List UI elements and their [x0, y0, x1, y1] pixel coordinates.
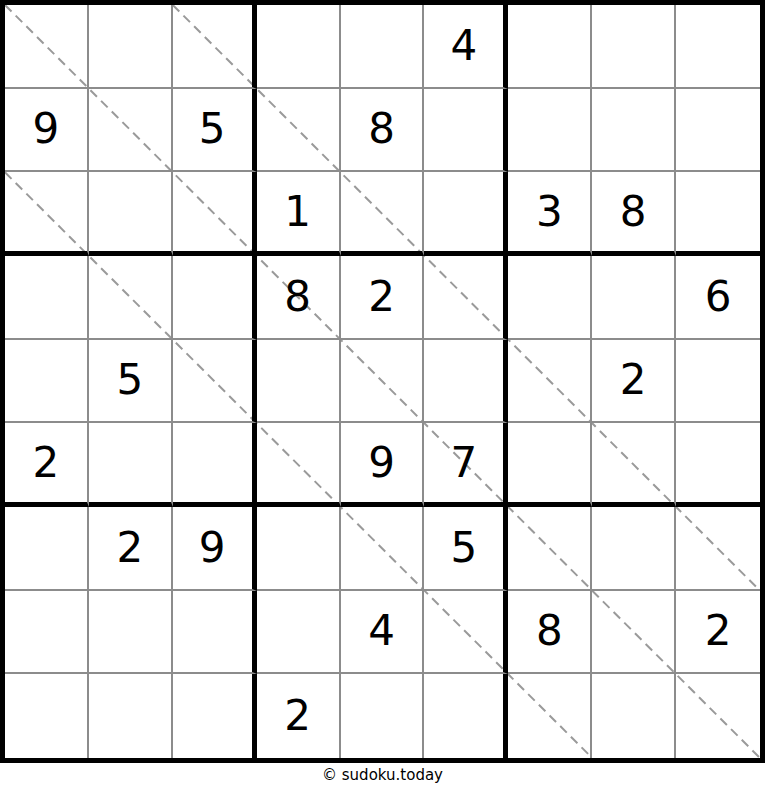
cell-r1c5[interactable] — [341, 5, 425, 89]
cell-r7c2: 2 — [89, 507, 173, 591]
cell-r7c4[interactable] — [257, 507, 341, 591]
cell-r8c8[interactable] — [592, 591, 676, 675]
cell-r1c4[interactable] — [257, 5, 341, 89]
cell-r7c8[interactable] — [592, 507, 676, 591]
cell-r3c7: 3 — [508, 172, 592, 256]
cell-r5c6[interactable] — [424, 340, 508, 424]
cell-r2c2[interactable] — [89, 89, 173, 173]
cell-r4c3[interactable] — [173, 256, 257, 340]
cell-r7c7[interactable] — [508, 507, 592, 591]
cell-r5c3[interactable] — [173, 340, 257, 424]
cell-r8c1[interactable] — [5, 591, 89, 675]
cell-r8c7: 8 — [508, 591, 592, 675]
cell-r3c2[interactable] — [89, 172, 173, 256]
cell-r1c1[interactable] — [5, 5, 89, 89]
cell-r1c6: 4 — [424, 5, 508, 89]
cell-r4c8[interactable] — [592, 256, 676, 340]
cell-r1c2[interactable] — [89, 5, 173, 89]
cell-r6c2[interactable] — [89, 423, 173, 507]
cell-r1c3[interactable] — [173, 5, 257, 89]
cell-r2c6[interactable] — [424, 89, 508, 173]
cell-r7c1[interactable] — [5, 507, 89, 591]
cell-r8c3[interactable] — [173, 591, 257, 675]
cell-r3c3[interactable] — [173, 172, 257, 256]
cell-r5c7[interactable] — [508, 340, 592, 424]
cell-r2c5: 8 — [341, 89, 425, 173]
cell-r8c2[interactable] — [89, 591, 173, 675]
cell-r3c8: 8 — [592, 172, 676, 256]
cell-r6c8[interactable] — [592, 423, 676, 507]
cell-r2c3: 5 — [173, 89, 257, 173]
cell-r3c5[interactable] — [341, 172, 425, 256]
cell-r4c4: 8 — [257, 256, 341, 340]
cell-r7c6: 5 — [424, 507, 508, 591]
cell-r3c6[interactable] — [424, 172, 508, 256]
cell-r6c6: 7 — [424, 423, 508, 507]
cell-r4c7[interactable] — [508, 256, 592, 340]
cell-r6c9[interactable] — [676, 423, 760, 507]
cell-r2c4[interactable] — [257, 89, 341, 173]
cell-r1c7[interactable] — [508, 5, 592, 89]
cell-r5c1[interactable] — [5, 340, 89, 424]
cell-r2c7[interactable] — [508, 89, 592, 173]
cell-r3c9[interactable] — [676, 172, 760, 256]
cell-r5c5[interactable] — [341, 340, 425, 424]
cell-r5c2: 5 — [89, 340, 173, 424]
cell-r7c5[interactable] — [341, 507, 425, 591]
sudoku-board: 4 9 5 8 1 3 8 8 2 6 5 — [0, 0, 765, 763]
cell-r5c9[interactable] — [676, 340, 760, 424]
cell-r9c1[interactable] — [5, 674, 89, 758]
cell-r9c3[interactable] — [173, 674, 257, 758]
cell-r8c6[interactable] — [424, 591, 508, 675]
cell-r9c2[interactable] — [89, 674, 173, 758]
copyright-text: © sudoku.today — [0, 766, 765, 784]
cell-r1c9[interactable] — [676, 5, 760, 89]
cell-r8c9: 2 — [676, 591, 760, 675]
cell-r7c3: 9 — [173, 507, 257, 591]
cell-r3c4: 1 — [257, 172, 341, 256]
cell-r4c9: 6 — [676, 256, 760, 340]
cell-r9c7[interactable] — [508, 674, 592, 758]
cell-r4c1[interactable] — [5, 256, 89, 340]
cell-r8c5: 4 — [341, 591, 425, 675]
cell-r6c4[interactable] — [257, 423, 341, 507]
cell-r5c8: 2 — [592, 340, 676, 424]
page: 4 9 5 8 1 3 8 8 2 6 5 — [0, 0, 765, 785]
cell-r9c6[interactable] — [424, 674, 508, 758]
cell-r6c1: 2 — [5, 423, 89, 507]
cell-r9c8[interactable] — [592, 674, 676, 758]
cell-r3c1[interactable] — [5, 172, 89, 256]
cell-r2c1: 9 — [5, 89, 89, 173]
cell-r9c9[interactable] — [676, 674, 760, 758]
cell-r6c3[interactable] — [173, 423, 257, 507]
cell-r2c9[interactable] — [676, 89, 760, 173]
cell-r4c2[interactable] — [89, 256, 173, 340]
cell-r8c4[interactable] — [257, 591, 341, 675]
cell-r6c7[interactable] — [508, 423, 592, 507]
cell-r5c4[interactable] — [257, 340, 341, 424]
cell-r9c4: 2 — [257, 674, 341, 758]
cell-r1c8[interactable] — [592, 5, 676, 89]
cell-r9c5[interactable] — [341, 674, 425, 758]
cell-r2c8[interactable] — [592, 89, 676, 173]
cell-r7c9[interactable] — [676, 507, 760, 591]
cell-r4c6[interactable] — [424, 256, 508, 340]
cell-r6c5: 9 — [341, 423, 425, 507]
cell-r4c5: 2 — [341, 256, 425, 340]
